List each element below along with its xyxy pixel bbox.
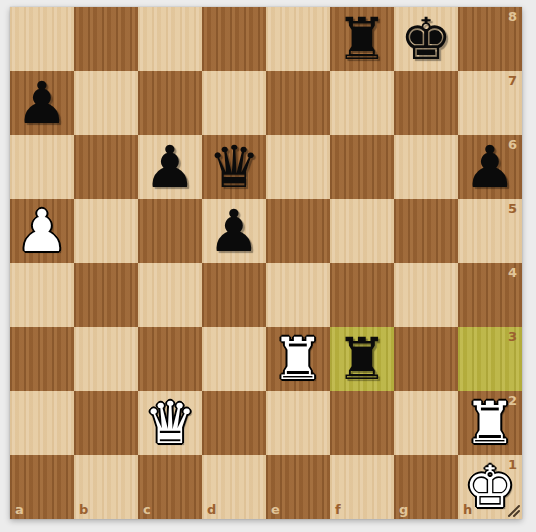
rank-label-7: 7 <box>508 74 517 87</box>
square-b7[interactable] <box>74 71 138 135</box>
square-g1[interactable]: g <box>394 455 458 519</box>
square-f1[interactable]: f <box>330 455 394 519</box>
square-b1[interactable]: b <box>74 455 138 519</box>
square-e4[interactable] <box>266 263 330 327</box>
square-g7[interactable] <box>394 71 458 135</box>
square-d6[interactable]: ♛ <box>202 135 266 199</box>
square-a1[interactable]: a <box>10 455 74 519</box>
black-rook-piece[interactable]: ♜ <box>336 7 388 71</box>
square-g5[interactable] <box>394 199 458 263</box>
square-e6[interactable] <box>266 135 330 199</box>
file-label-g: g <box>399 503 408 516</box>
square-f2[interactable] <box>330 391 394 455</box>
board-resize-handle-icon[interactable] <box>506 503 521 518</box>
square-a5[interactable]: ♟ <box>10 199 74 263</box>
square-c3[interactable] <box>138 327 202 391</box>
square-g3[interactable] <box>394 327 458 391</box>
rank-label-4: 4 <box>508 266 517 279</box>
file-label-b: b <box>79 503 88 516</box>
square-a8[interactable] <box>10 7 74 71</box>
square-f8[interactable]: ♜ <box>330 7 394 71</box>
file-label-a: a <box>15 503 24 516</box>
square-h7[interactable]: 7 <box>458 71 522 135</box>
white-rook-piece[interactable]: ♜ <box>272 327 324 391</box>
file-label-e: e <box>271 503 280 516</box>
black-rook-piece[interactable]: ♜ <box>336 327 388 391</box>
square-b8[interactable] <box>74 7 138 71</box>
square-g2[interactable] <box>394 391 458 455</box>
rank-label-5: 5 <box>508 202 517 215</box>
chess-board: ♜♚8♟7♟♛♟6♟♟54♜♜3♛♜2abcdefg♚h1 <box>10 7 522 519</box>
square-d5[interactable]: ♟ <box>202 199 266 263</box>
square-e3[interactable]: ♜ <box>266 327 330 391</box>
square-d7[interactable] <box>202 71 266 135</box>
square-f5[interactable] <box>330 199 394 263</box>
square-b5[interactable] <box>74 199 138 263</box>
square-d2[interactable] <box>202 391 266 455</box>
square-e5[interactable] <box>266 199 330 263</box>
chess-app-page: ♜♚8♟7♟♛♟6♟♟54♜♜3♛♜2abcdefg♚h1 <box>0 0 536 532</box>
square-g6[interactable] <box>394 135 458 199</box>
square-b2[interactable] <box>74 391 138 455</box>
black-king-piece[interactable]: ♚ <box>400 7 452 71</box>
square-d3[interactable] <box>202 327 266 391</box>
black-queen-piece[interactable]: ♛ <box>208 135 260 199</box>
file-label-f: f <box>335 503 341 516</box>
rank-label-6: 6 <box>508 138 517 151</box>
square-f4[interactable] <box>330 263 394 327</box>
file-label-c: c <box>143 503 151 516</box>
rank-label-8: 8 <box>508 10 517 23</box>
square-h4[interactable]: 4 <box>458 263 522 327</box>
square-b6[interactable] <box>74 135 138 199</box>
square-c6[interactable]: ♟ <box>138 135 202 199</box>
square-a3[interactable] <box>10 327 74 391</box>
square-h6[interactable]: ♟6 <box>458 135 522 199</box>
square-h8[interactable]: 8 <box>458 7 522 71</box>
square-h3[interactable]: 3 <box>458 327 522 391</box>
square-a7[interactable]: ♟ <box>10 71 74 135</box>
square-c7[interactable] <box>138 71 202 135</box>
square-b4[interactable] <box>74 263 138 327</box>
square-h5[interactable]: 5 <box>458 199 522 263</box>
square-g4[interactable] <box>394 263 458 327</box>
square-a2[interactable] <box>10 391 74 455</box>
square-f7[interactable] <box>330 71 394 135</box>
square-e2[interactable] <box>266 391 330 455</box>
square-d8[interactable] <box>202 7 266 71</box>
file-label-h: h <box>463 503 472 516</box>
black-pawn-piece[interactable]: ♟ <box>16 71 68 135</box>
square-e7[interactable] <box>266 71 330 135</box>
square-a6[interactable] <box>10 135 74 199</box>
square-d4[interactable] <box>202 263 266 327</box>
white-queen-piece[interactable]: ♛ <box>144 391 196 455</box>
square-g8[interactable]: ♚ <box>394 7 458 71</box>
square-e1[interactable]: e <box>266 455 330 519</box>
square-d1[interactable]: d <box>202 455 266 519</box>
square-c2[interactable]: ♛ <box>138 391 202 455</box>
square-c8[interactable] <box>138 7 202 71</box>
square-c5[interactable] <box>138 199 202 263</box>
black-pawn-piece[interactable]: ♟ <box>144 135 196 199</box>
square-a4[interactable] <box>10 263 74 327</box>
square-c4[interactable] <box>138 263 202 327</box>
square-f6[interactable] <box>330 135 394 199</box>
square-h2[interactable]: ♜2 <box>458 391 522 455</box>
rank-label-2: 2 <box>508 394 517 407</box>
file-label-d: d <box>207 503 216 516</box>
white-pawn-piece[interactable]: ♟ <box>16 199 68 263</box>
square-b3[interactable] <box>74 327 138 391</box>
square-c1[interactable]: c <box>138 455 202 519</box>
rank-label-1: 1 <box>508 458 517 471</box>
square-e8[interactable] <box>266 7 330 71</box>
black-pawn-piece[interactable]: ♟ <box>208 199 260 263</box>
rank-label-3: 3 <box>508 330 517 343</box>
square-f3[interactable]: ♜ <box>330 327 394 391</box>
